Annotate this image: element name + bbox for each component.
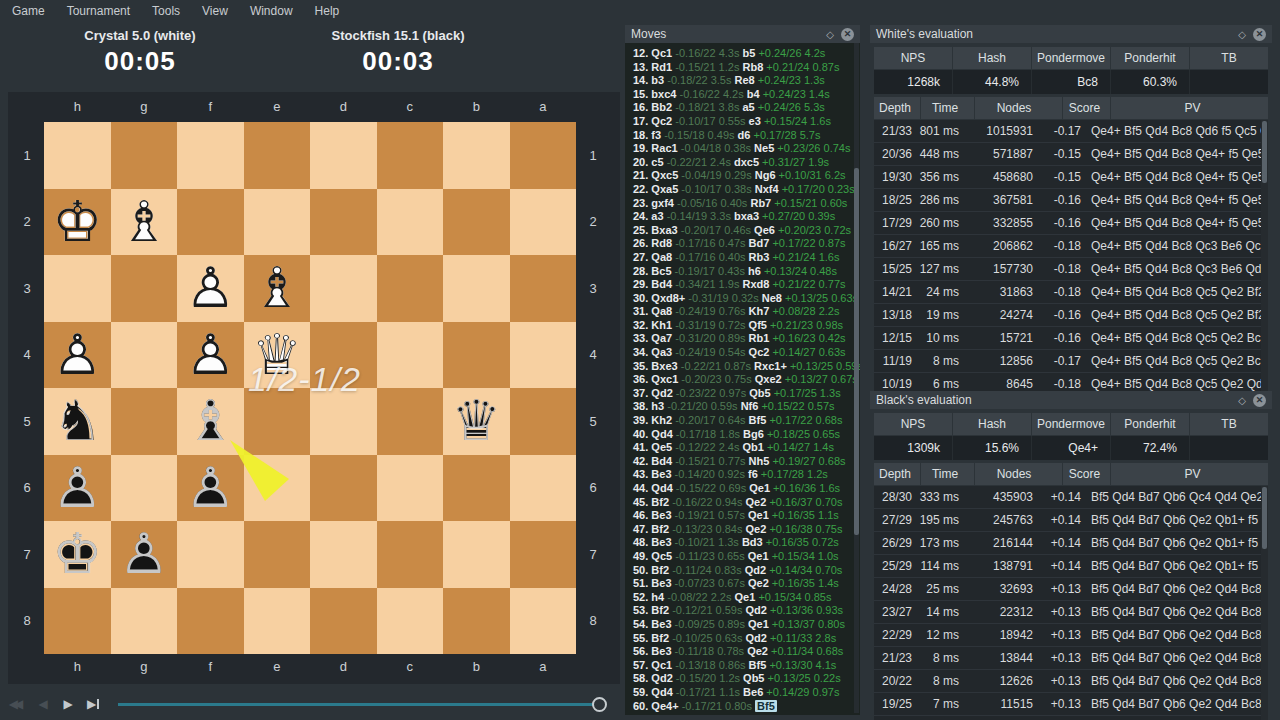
black-move-san[interactable]: Ng6 <box>755 169 776 181</box>
skip-to-end-button[interactable]: ▶ <box>82 697 104 711</box>
square-c3[interactable] <box>377 255 444 322</box>
black-move-san[interactable]: Qxe2 <box>755 373 782 385</box>
white-move-san[interactable]: Bf2 <box>651 564 669 576</box>
move-row[interactable]: 37. Qd2 -0.23/22 0.97s Qb5 +0.17/25 1.3s <box>633 387 860 401</box>
white-move-san[interactable]: Qd2 <box>651 387 672 399</box>
black-eval-title: Black's evaluation <box>876 393 1238 407</box>
move-row[interactable]: 30. Qxd8+ -0.31/19 0.32s Ne8 +0.13/25 0.… <box>633 292 860 306</box>
eval-row[interactable]: 25/29114 ms138791+0.14Bf5 Qd4 Bd7 Qb6 Qe… <box>874 555 1268 578</box>
black-move-san[interactable]: Nh5 <box>749 455 770 467</box>
white-move-san[interactable]: Qc1 <box>651 659 672 671</box>
move-row[interactable]: 50. Bf2 -0.11/24 0.83s Qd2 +0.14/34 0.70… <box>633 564 860 578</box>
square-d4[interactable] <box>310 322 377 389</box>
black-move-san[interactable]: h6 <box>748 265 761 277</box>
stat-value <box>1190 436 1268 460</box>
previous-move-button[interactable]: ◀ <box>32 697 54 711</box>
square-b6[interactable] <box>443 455 510 522</box>
move-row[interactable]: 59. Qd4 -0.17/21 1.1s Be6 +0.14/29 0.97s <box>633 686 860 700</box>
black-king[interactable]: ♚♔ <box>44 521 111 588</box>
white-pawn[interactable]: ♟♙ <box>177 255 244 322</box>
move-row[interactable]: 51. Be3 -0.07/23 0.67s Qe2 +0.16/35 1.4s <box>633 577 860 591</box>
square-b4[interactable] <box>443 322 510 389</box>
rank-label: 1 <box>583 122 603 189</box>
slider-track[interactable] <box>118 703 606 706</box>
square-a2[interactable] <box>510 189 577 256</box>
black-move-san[interactable]: a5 <box>742 101 754 113</box>
square-d1[interactable] <box>310 122 377 189</box>
white-move-san[interactable]: a3 <box>651 210 663 222</box>
move-row[interactable]: 43. Be3 -0.14/20 0.92s f6 +0.17/28 1.2s <box>633 468 860 482</box>
black-player-name: Stockfish 15.1 (black) <box>258 28 538 43</box>
black-move-san[interactable]: d6 <box>738 129 751 141</box>
black-move-san[interactable]: Nxf4 <box>755 183 779 195</box>
white-king[interactable]: ♚♔ <box>44 189 111 256</box>
white-move-san[interactable]: Qc5 <box>651 550 672 562</box>
black-move-san[interactable]: Qe1 <box>748 509 769 521</box>
black-move-san[interactable]: Bd3 <box>742 536 763 548</box>
white-bishop[interactable]: ♝♗ <box>244 255 311 322</box>
playback-bar: ◀◀ ◀ ▶ ▶ <box>0 688 620 720</box>
move-row[interactable]: 27. Qa8 -0.17/16 0.40s Rb3 +0.21/24 1.6s <box>633 251 860 265</box>
square-f1[interactable] <box>177 122 244 189</box>
white-move-san[interactable]: Bxa3 <box>651 224 677 236</box>
white-move-san[interactable]: Qxd8+ <box>651 292 685 304</box>
square-e1[interactable] <box>244 122 311 189</box>
scrollbar-thumb[interactable] <box>1262 487 1267 549</box>
white-pawn[interactable]: ♟♙ <box>44 322 111 389</box>
move-row[interactable]: 40. Qd4 -0.17/18 1.8s Bg6 +0.18/25 0.65s <box>633 428 860 442</box>
white-pawn[interactable]: ♟♙ <box>177 322 244 389</box>
move-row[interactable]: 13. Rd1 -0.15/21 1.2s Rb8 +0.21/24 0.87s <box>633 61 860 75</box>
stat-value: 72.4% <box>1111 436 1190 460</box>
black-move-san[interactable]: Qe2 <box>746 523 767 535</box>
black-evaluation-panel: Black's evaluation◇✕NPSHashPondermovePon… <box>870 391 1272 720</box>
column-header-nodes: Nodes <box>975 463 1062 485</box>
black-move-san[interactable]: Nf6 <box>741 400 759 412</box>
file-label: e <box>244 99 311 117</box>
eval-row[interactable]: 11/198 ms12856-0.17Qe4+ Bf5 Qd4 Bc8 Qc5 … <box>874 350 1268 373</box>
black-move-san[interactable]: Bg6 <box>743 428 764 440</box>
black-move-san[interactable]: Qf5 <box>749 319 767 331</box>
square-a5[interactable] <box>510 388 577 455</box>
move-row[interactable]: 48. Be3 -0.10/21 1.3s Bd3 +0.16/35 0.72s <box>633 536 860 550</box>
black-move-san[interactable]: Qb1 <box>742 441 763 453</box>
eval-row[interactable]: 18/216 ms8608+0.12Bf5 Qd4 Bd7 Qb6 Qe2 Qd… <box>874 716 1268 720</box>
eval-row[interactable]: 13/1819 ms24274-0.16Qe4+ Bf5 Qd4 Bc8 Qc5… <box>874 304 1268 327</box>
move-row[interactable]: 34. Qa3 -0.24/19 0.54s Qc2 +0.14/27 0.63… <box>633 346 860 360</box>
white-move-san[interactable]: Qd4 <box>651 686 672 698</box>
eval-row[interactable]: 28/30333 ms435903+0.14Bf5 Qd4 Bd7 Qb6 Qc… <box>874 486 1268 509</box>
move-row[interactable]: 53. Bf2 -0.12/21 0.59s Qd2 +0.13/36 0.93… <box>633 604 860 618</box>
square-c8[interactable] <box>377 588 444 655</box>
move-row[interactable]: 46. Be3 -0.19/21 0.57s Qe1 +0.16/35 1.1s <box>633 509 860 523</box>
square-c6[interactable] <box>377 455 444 522</box>
menu-item-tournament[interactable]: Tournament <box>56 1 141 21</box>
white-move-san[interactable]: Rd1 <box>651 61 672 73</box>
move-row[interactable]: 32. Kh1 -0.31/19 0.72s Qf5 +0.21/23 0.98… <box>633 319 860 333</box>
square-g4[interactable] <box>111 322 178 389</box>
black-move-san[interactable]: dxc5 <box>734 156 759 168</box>
draw-adjudication-note: +0.14/28 0.33s, Draw by adjudication <box>633 713 860 715</box>
play-button[interactable]: ▶ <box>57 697 79 711</box>
move-row[interactable]: 55. Bf2 -0.10/25 0.63s Qd2 +0.11/33 2.8s <box>633 632 860 646</box>
move-row[interactable]: 45. Bf2 -0.16/22 0.94s Qe2 +0.16/37 0.70… <box>633 496 860 510</box>
move-row[interactable]: 33. Qa7 -0.31/20 0.89s Rb1 +0.16/23 0.42… <box>633 332 860 346</box>
move-slider[interactable] <box>118 696 606 712</box>
eval-scrollbar[interactable] <box>1261 120 1268 396</box>
black-move-san[interactable]: Kh7 <box>749 305 770 317</box>
move-row[interactable]: 42. Bd4 -0.15/21 0.77s Nh5 +0.19/27 0.68… <box>633 455 860 469</box>
square-a1[interactable] <box>510 122 577 189</box>
move-row[interactable]: 20. c5 -0.22/21 2.4s dxc5 +0.31/27 1.9s <box>633 156 860 170</box>
scrollbar-thumb[interactable] <box>1262 121 1267 183</box>
black-move-san[interactable]: Bf5 <box>749 414 767 426</box>
square-d8[interactable] <box>310 588 377 655</box>
square-a4[interactable] <box>510 322 577 389</box>
black-move-san[interactable]: Qe2 <box>746 496 767 508</box>
square-a6[interactable] <box>510 455 577 522</box>
white-move-san[interactable]: Qa7 <box>651 332 672 344</box>
white-move-san[interactable]: Qd4 <box>651 482 672 494</box>
stat-value: 60.3% <box>1111 70 1190 94</box>
square-b2[interactable] <box>443 189 510 256</box>
white-evaluation-panel: White's evaluation◇✕NPSHashPondermovePon… <box>870 25 1272 388</box>
square-b1[interactable] <box>443 122 510 189</box>
stat-value: 44.8% <box>953 70 1032 94</box>
black-bishop[interactable]: ♝♗ <box>177 388 244 455</box>
square-d7[interactable] <box>310 521 377 588</box>
move-row[interactable]: 15. bxc4 -0.16/22 4.2s b4 +0.24/23 1.4s <box>633 88 860 102</box>
black-knight[interactable]: ♞♘ <box>44 388 111 455</box>
square-c7[interactable] <box>377 521 444 588</box>
white-move-san[interactable]: Rd8 <box>651 237 672 249</box>
white-move-san[interactable]: Qd4 <box>651 428 672 440</box>
black-move-san[interactable]: Qe1 <box>735 591 756 603</box>
black-move-san[interactable]: Qb5 <box>743 672 764 684</box>
black-move-san[interactable]: Be6 <box>743 686 763 698</box>
move-row[interactable]: 22. Qxa5 -0.10/17 0.38s Nxf4 +0.17/20 0.… <box>633 183 860 197</box>
square-c1[interactable] <box>377 122 444 189</box>
black-move-san[interactable]: Qe2 <box>747 645 768 657</box>
white-move-san[interactable]: gxf4 <box>651 197 674 209</box>
cutechess-window: GameTournamentToolsViewWindowHelp Crysta… <box>0 0 1280 720</box>
stat-header-nps: NPS <box>874 413 952 435</box>
move-row[interactable]: 29. Bd4 -0.34/21 1.9s Rxd8 +0.21/22 0.77… <box>633 278 860 292</box>
black-move-san[interactable]: Bd7 <box>749 237 770 249</box>
menu-item-view[interactable]: View <box>191 1 239 21</box>
close-icon[interactable]: ✕ <box>1253 394 1266 407</box>
chess-board[interactable]: ♚♔♝♗♟♙♝♗♟♙♟♙♛♕♞♘♝♗♛♕♟♙♟♙♚♔♟♙ <box>44 122 576 654</box>
stat-value: Bc8 <box>1032 70 1111 94</box>
black-move-san[interactable]: Rb7 <box>750 197 771 209</box>
white-move-san[interactable]: Bxe3 <box>651 360 677 372</box>
eval-row[interactable]: 15/25127 ms157730-0.18Qe4+ Bf5 Qd4 Bc8 Q… <box>874 258 1268 281</box>
eval-row[interactable]: 23/2714 ms22312+0.13Bf5 Qd4 Bd7 Qb6 Qe2 … <box>874 601 1268 624</box>
square-e7[interactable] <box>244 521 311 588</box>
black-move-san[interactable]: Bf5 <box>755 700 777 712</box>
black-move-san[interactable]: bxa3 <box>734 210 759 222</box>
eval-row[interactable]: 16/27165 ms206862-0.18Qe4+ Bf5 Qd4 Bc8 Q… <box>874 235 1268 258</box>
move-row[interactable]: 54. Be3 -0.09/25 0.89s Qe1 +0.13/37 0.80… <box>633 618 860 632</box>
column-header-depth: Depth <box>874 97 920 119</box>
stat-header-tb: TB <box>1190 47 1268 69</box>
white-player-header: Crystal 5.0 (white) 00:05 <box>0 28 280 77</box>
white-move-san[interactable]: f3 <box>651 129 661 141</box>
skip-to-start-button[interactable]: ◀◀ <box>3 697 29 711</box>
white-move-san[interactable]: Be3 <box>651 618 671 630</box>
column-header-time: Time <box>921 463 974 485</box>
black-pawn[interactable]: ♟♙ <box>111 521 178 588</box>
black-move-san[interactable]: Ne5 <box>754 142 774 154</box>
white-move-san[interactable]: Qe4+ <box>651 700 678 712</box>
white-move-san[interactable]: Be3 <box>651 536 671 548</box>
file-label: b <box>443 99 510 117</box>
black-move-san[interactable]: Qd2 <box>746 632 767 644</box>
file-label: c <box>377 99 444 117</box>
move-row[interactable]: 21. Qxc5 -0.04/19 0.29s Ng6 +0.10/31 6.2… <box>633 169 860 183</box>
black-move-san[interactable]: Qe2 <box>748 577 769 589</box>
file-labels-bottom: hgfedcba <box>44 659 576 677</box>
square-b8[interactable] <box>443 588 510 655</box>
depth-table: DepthTimeNodesScorePV21/33801 ms1015931-… <box>874 97 1268 396</box>
white-move-san[interactable]: Qa3 <box>651 346 672 358</box>
square-f2[interactable] <box>177 189 244 256</box>
square-f7[interactable] <box>177 521 244 588</box>
file-labels-top: hgfedcba <box>44 99 576 117</box>
white-move-san[interactable]: Qxa5 <box>651 183 678 195</box>
move-row[interactable]: 12. Qc1 -0.16/22 4.3s b5 +0.24/26 4.2s <box>633 47 860 61</box>
move-row[interactable]: 56. Be3 -0.11/18 0.78s Qe2 +0.11/34 0.68… <box>633 645 860 659</box>
white-move-san[interactable]: Kh1 <box>651 319 672 331</box>
rank-label: 3 <box>17 255 37 322</box>
move-row[interactable]: 58. Qd2 -0.15/20 1.2s Qb5 +0.13/25 0.22s <box>633 672 860 686</box>
eval-row[interactable]: 26/29173 ms216144+0.14Bf5 Qd4 Bd7 Qb6 Qe… <box>874 532 1268 555</box>
eval-row[interactable]: 19/30356 ms458680-0.15Qe4+ Bf5 Qd4 Bc8 Q… <box>874 166 1268 189</box>
white-move-san[interactable]: Qc1 <box>651 47 672 59</box>
black-move-san[interactable]: Qe6 <box>754 224 775 236</box>
move-row[interactable]: 17. Qc2 -0.10/17 0.55s e3 +0.15/24 1.6s <box>633 115 860 129</box>
white-move-san[interactable]: Kh2 <box>651 414 672 426</box>
square-h3[interactable] <box>44 255 111 322</box>
move-row[interactable]: 57. Qc1 -0.13/18 0.86s Bf5 +0.13/30 4.1s <box>633 659 860 673</box>
black-move-san[interactable]: Rb1 <box>749 332 770 344</box>
eval-row[interactable]: 14/2124 ms31863-0.18Qe4+ Bf5 Qd4 Bc8 Qc5… <box>874 281 1268 304</box>
black-move-san[interactable]: Rb3 <box>749 251 770 263</box>
column-header-pv: PV <box>1111 463 1268 485</box>
rank-label: 6 <box>17 455 37 522</box>
black-move-san[interactable]: b4 <box>747 88 760 100</box>
white-move-san[interactable]: Be3 <box>651 577 671 589</box>
square-a8[interactable] <box>510 588 577 655</box>
black-move-san[interactable]: Qe1 <box>748 550 769 562</box>
white-move-san[interactable]: Bf2 <box>651 604 669 616</box>
square-h8[interactable] <box>44 588 111 655</box>
black-move-san[interactable]: Ne8 <box>762 292 782 304</box>
white-move-san[interactable]: c5 <box>651 156 663 168</box>
eval-row[interactable]: 21/33801 ms1015931-0.17Qe4+ Bf5 Qd4 Bc8 … <box>874 120 1268 143</box>
black-move-san[interactable]: Qe1 <box>749 482 770 494</box>
white-move-san[interactable]: bxc4 <box>651 88 676 100</box>
close-icon[interactable]: ✕ <box>1253 28 1266 41</box>
white-move-san[interactable]: Qe5 <box>651 441 672 453</box>
square-d2[interactable] <box>310 189 377 256</box>
move-row[interactable]: 47. Bf2 -0.13/23 0.84s Qe2 +0.16/38 0.75… <box>633 523 860 537</box>
move-row[interactable]: 19. Rac1 -0.04/18 0.38s Ne5 +0.23/26 0.7… <box>633 142 860 156</box>
square-e5[interactable] <box>244 388 311 455</box>
square-f8[interactable] <box>177 588 244 655</box>
square-a7[interactable] <box>510 521 577 588</box>
white-move-san[interactable]: Bd4 <box>651 455 672 467</box>
rank-label: 7 <box>583 521 603 588</box>
eval-row[interactable]: 20/36448 ms571887-0.15Qe4+ Bf5 Qd4 Bc8 Q… <box>874 143 1268 166</box>
menu-item-window[interactable]: Window <box>239 1 304 21</box>
black-move-san[interactable]: Rxd8 <box>742 278 769 290</box>
move-row[interactable]: 38. h3 -0.21/20 0.59s Nf6 +0.15/22 0.57s <box>633 400 860 414</box>
move-row[interactable]: 14. b3 -0.18/22 3.5s Re8 +0.24/23 1.3s <box>633 74 860 88</box>
file-label: a <box>510 99 577 117</box>
move-row[interactable]: 36. Qxc1 -0.20/23 0.75s Qxe2 +0.13/27 0.… <box>633 373 860 387</box>
moves-scrollbar[interactable] <box>854 43 859 713</box>
rank-label: 5 <box>583 388 603 455</box>
move-row[interactable]: 18. f3 -0.15/18 0.49s d6 +0.17/28 5.7s <box>633 129 860 143</box>
square-g6[interactable] <box>111 455 178 522</box>
square-b7[interactable] <box>443 521 510 588</box>
square-d6[interactable] <box>310 455 377 522</box>
square-h1[interactable] <box>44 122 111 189</box>
move-row[interactable]: 23. gxf4 -0.05/16 0.40s Rb7 +0.15/21 0.6… <box>633 197 860 211</box>
eval-row[interactable]: 19/257 ms11515+0.13Bf5 Qd4 Bd7 Qb6 Qe2 Q… <box>874 693 1268 716</box>
file-label: b <box>443 659 510 677</box>
white-move-san[interactable]: Bf2 <box>651 496 669 508</box>
eval-row[interactable]: 20/228 ms12626+0.13Bf5 Qd4 Bd7 Qb6 Qe2 Q… <box>874 670 1268 693</box>
move-row[interactable]: 41. Qe5 -0.12/22 2.4s Qb1 +0.14/27 1.4s <box>633 441 860 455</box>
black-move-san[interactable]: f6 <box>748 468 758 480</box>
column-header-depth: Depth <box>874 463 920 485</box>
square-d5[interactable] <box>310 388 377 455</box>
white-move-san[interactable]: Bf2 <box>651 523 669 535</box>
black-move-san[interactable]: Qb5 <box>749 387 770 399</box>
eval-scrollbar[interactable] <box>1261 486 1268 720</box>
rank-label: 6 <box>583 455 603 522</box>
float-panel-icon[interactable]: ◇ <box>1238 395 1246 406</box>
black-move-san[interactable]: Bf5 <box>749 659 767 671</box>
move-row[interactable]: 31. Qa8 -0.24/19 0.76s Kh7 +0.08/28 2.2s <box>633 305 860 319</box>
white-move-san[interactable]: Be3 <box>651 509 671 521</box>
move-row[interactable]: 52. h4 -0.08/22 2.2s Qe1 +0.15/34 0.85s <box>633 591 860 605</box>
white-move-san[interactable]: Bc5 <box>651 265 671 277</box>
move-row[interactable]: 60. Qe4+ -0.17/21 0.80s Bf5 <box>633 700 860 714</box>
white-move-san[interactable]: Qa8 <box>651 251 672 263</box>
rank-label: 3 <box>583 255 603 322</box>
black-move-san[interactable]: Qd2 <box>745 564 766 576</box>
move-row[interactable]: 25. Bxa3 -0.20/17 0.46s Qe6 +0.20/23 0.7… <box>633 224 860 238</box>
eval-row[interactable]: 18/25286 ms367581-0.16Qe4+ Bf5 Qd4 Bc8 Q… <box>874 189 1268 212</box>
black-move-san[interactable]: Re8 <box>735 74 755 86</box>
black-move-san[interactable]: Rxc1+ <box>754 360 787 372</box>
close-icon[interactable]: ✕ <box>841 28 854 41</box>
square-e8[interactable] <box>244 588 311 655</box>
square-g3[interactable] <box>111 255 178 322</box>
white-move-san[interactable]: h4 <box>651 591 664 603</box>
black-eval-titlebar: Black's evaluation◇✕ <box>870 391 1272 409</box>
scrollbar-thumb[interactable] <box>854 168 859 535</box>
square-a3[interactable] <box>510 255 577 322</box>
white-move-san[interactable]: Qxc5 <box>651 169 678 181</box>
white-move-san[interactable]: Bb2 <box>651 101 672 113</box>
move-row[interactable]: 26. Rd8 -0.17/16 0.47s Bd7 +0.17/22 0.87… <box>633 237 860 251</box>
eval-row[interactable]: 21/238 ms13844+0.13Bf5 Qd4 Bd7 Qb6 Qe2 Q… <box>874 647 1268 670</box>
white-move-san[interactable]: Bf2 <box>651 632 669 644</box>
file-label: d <box>310 659 377 677</box>
white-move-san[interactable]: Qxc1 <box>651 373 678 385</box>
white-move-san[interactable]: Qa8 <box>651 305 672 317</box>
square-b3[interactable] <box>443 255 510 322</box>
black-player-clock: 00:03 <box>258 46 538 77</box>
float-panel-icon[interactable]: ◇ <box>826 29 834 40</box>
black-move-san[interactable]: Qe1 <box>748 618 769 630</box>
square-d3[interactable] <box>310 255 377 322</box>
black-move-san[interactable]: Qc2 <box>749 346 770 358</box>
column-header-nodes: Nodes <box>975 97 1062 119</box>
menu-item-game[interactable]: Game <box>1 1 56 21</box>
eval-row[interactable]: 17/29260 ms332855-0.16Qe4+ Bf5 Qd4 Bc8 Q… <box>874 212 1268 235</box>
move-row[interactable]: 44. Qd4 -0.15/22 0.69s Qe1 +0.16/36 1.6s <box>633 482 860 496</box>
move-row[interactable]: 24. a3 -0.14/19 3.3s bxa3 +0.27/20 0.39s <box>633 210 860 224</box>
move-row[interactable]: 16. Bb2 -0.18/21 3.8s a5 +0.24/26 5.3s <box>633 101 860 115</box>
black-pawn[interactable]: ♟♙ <box>177 455 244 522</box>
square-e6[interactable] <box>244 455 311 522</box>
white-move-san[interactable]: Rac1 <box>651 142 677 154</box>
eval-row[interactable]: 12/1510 ms15721-0.16Qe4+ Bf5 Qd4 Bc8 Qc5… <box>874 327 1268 350</box>
square-e2[interactable] <box>244 189 311 256</box>
white-move-san[interactable]: Qd2 <box>651 672 672 684</box>
eval-row[interactable]: 22/2912 ms18942+0.13Bf5 Qd4 Bd7 Qb6 Qe2 … <box>874 624 1268 647</box>
move-row[interactable]: 39. Kh2 -0.20/17 0.64s Bf5 +0.17/22 0.68… <box>633 414 860 428</box>
menu-item-help[interactable]: Help <box>304 1 351 21</box>
square-c4[interactable] <box>377 322 444 389</box>
slider-handle[interactable] <box>592 697 607 712</box>
white-move-san[interactable]: Bd4 <box>651 278 672 290</box>
black-move-san[interactable]: e3 <box>749 115 761 127</box>
square-g5[interactable] <box>111 388 178 455</box>
black-move-san[interactable]: Rb8 <box>742 61 763 73</box>
white-move-san[interactable]: Qc2 <box>651 115 672 127</box>
eval-row[interactable]: 24/2825 ms32693+0.13Bf5 Qd4 Bd7 Qb6 Qe2 … <box>874 578 1268 601</box>
eval-row[interactable]: 27/29195 ms245763+0.14Bf5 Qd4 Bd7 Qb6 Qe… <box>874 509 1268 532</box>
move-list[interactable]: 12. Qc1 -0.16/22 4.3s b5 +0.24/26 4.2s13… <box>625 43 860 715</box>
white-queen[interactable]: ♛♕ <box>244 322 311 389</box>
black-queen[interactable]: ♛♕ <box>443 388 510 455</box>
square-c2[interactable] <box>377 189 444 256</box>
white-bishop[interactable]: ♝♗ <box>111 189 178 256</box>
move-row[interactable]: 35. Bxe3 -0.22/21 0.87s Rxc1+ +0.13/25 0… <box>633 360 860 374</box>
square-g1[interactable] <box>111 122 178 189</box>
menu-item-tools[interactable]: Tools <box>141 1 191 21</box>
black-move-san[interactable]: b5 <box>742 47 755 59</box>
float-panel-icon[interactable]: ◇ <box>1238 29 1246 40</box>
white-move-san[interactable]: b3 <box>651 74 664 86</box>
black-move-san[interactable]: Qd2 <box>746 604 767 616</box>
white-move-san[interactable]: Be3 <box>651 645 671 657</box>
white-move-san[interactable]: Be3 <box>651 468 671 480</box>
square-g8[interactable] <box>111 588 178 655</box>
white-move-san[interactable]: h3 <box>651 400 664 412</box>
black-pawn[interactable]: ♟♙ <box>44 455 111 522</box>
move-row[interactable]: 49. Qc5 -0.11/23 0.65s Qe1 +0.15/34 1.0s <box>633 550 860 564</box>
square-c5[interactable] <box>377 388 444 455</box>
move-row[interactable]: 28. Bc5 -0.19/17 0.43s h6 +0.13/24 0.48s <box>633 265 860 279</box>
rank-label: 2 <box>17 189 37 256</box>
